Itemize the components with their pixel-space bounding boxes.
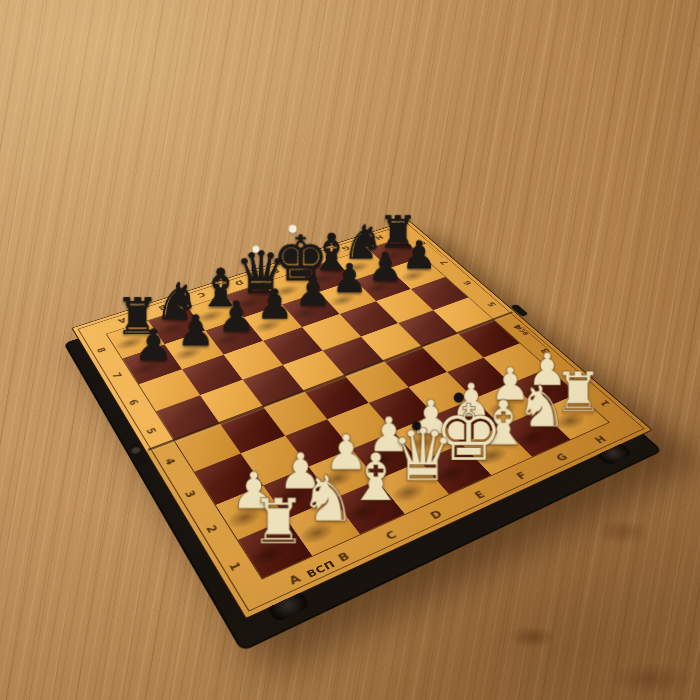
- black-pawn[interactable]: ♟: [329, 259, 371, 299]
- wood-table-background: ABCDEFGH ABCDEFGH 87654321 87654321 ВСП …: [0, 0, 700, 700]
- black-pawn[interactable]: ♟: [131, 323, 176, 367]
- black-pawn[interactable]: ♟: [214, 296, 258, 338]
- white-rook[interactable]: ♜: [250, 490, 305, 553]
- piece-glyph: ♟: [292, 271, 334, 312]
- finial-tip: [454, 392, 464, 402]
- piece-glyph: ♜: [250, 490, 305, 553]
- finial-tip: [412, 421, 421, 430]
- piece-glyph: ♟: [254, 283, 297, 324]
- piece-glyph: ♞: [299, 467, 353, 531]
- piece-glyph: ♟: [365, 247, 406, 286]
- piece-glyph: ♟: [214, 296, 258, 338]
- piece-glyph: ♟: [173, 310, 218, 353]
- piece-glyph: ♟: [131, 323, 176, 367]
- black-pawn[interactable]: ♟: [254, 283, 297, 324]
- black-pawn[interactable]: ♟: [365, 247, 406, 286]
- chess-scene: ABCDEFGH ABCDEFGH 87654321 87654321 ВСП …: [133, 164, 557, 588]
- black-pawn[interactable]: ♟: [292, 271, 334, 312]
- black-pawn[interactable]: ♟: [173, 310, 218, 353]
- folding-chessboard: ABCDEFGH ABCDEFGH 87654321 87654321 ВСП …: [71, 220, 652, 619]
- board-top-face: ABCDEFGH ABCDEFGH 87654321 87654321 ВСП …: [71, 220, 652, 619]
- piece-glyph: ♟: [329, 259, 371, 299]
- white-knight[interactable]: ♞: [299, 467, 353, 531]
